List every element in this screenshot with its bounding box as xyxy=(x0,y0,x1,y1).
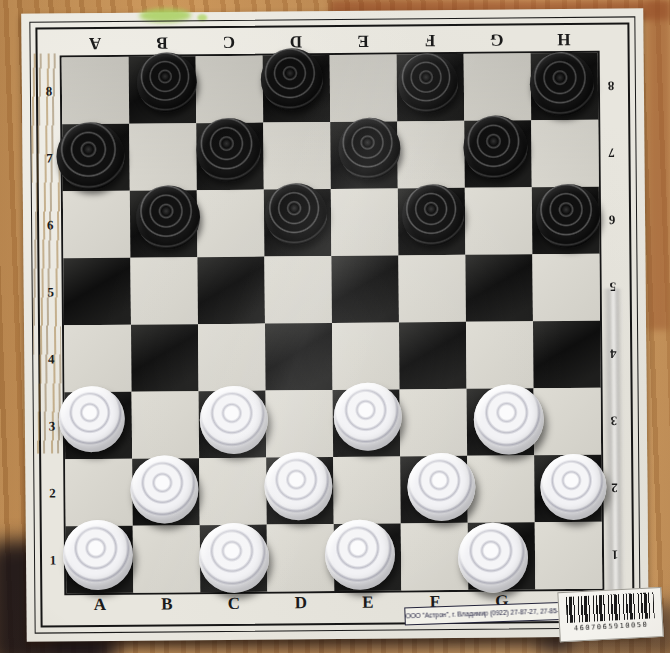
square-d6[interactable] xyxy=(264,189,332,257)
file-label-top-h: H xyxy=(530,27,597,52)
file-label-bottom-a: A xyxy=(66,593,133,618)
square-a2[interactable] xyxy=(65,459,133,527)
file-label-top-f: F xyxy=(396,28,463,53)
white-piece-g3[interactable] xyxy=(473,384,544,455)
square-d3[interactable] xyxy=(266,390,334,458)
square-f7[interactable] xyxy=(397,121,465,189)
rank-label-left-4: 4 xyxy=(40,325,63,392)
rank-label-right-6: 6 xyxy=(601,186,624,253)
square-d7[interactable] xyxy=(263,122,331,190)
square-e5[interactable] xyxy=(331,255,399,323)
square-g6[interactable] xyxy=(465,187,533,255)
square-b6[interactable] xyxy=(130,190,198,258)
square-a3[interactable] xyxy=(65,392,133,460)
square-a6[interactable] xyxy=(63,191,131,259)
square-d8[interactable] xyxy=(263,55,331,123)
square-c2[interactable] xyxy=(199,458,267,526)
square-f3[interactable] xyxy=(400,389,468,457)
square-h1[interactable] xyxy=(535,522,603,590)
file-label-bottom-d: D xyxy=(267,591,334,616)
square-e8[interactable] xyxy=(330,54,398,122)
square-c5[interactable] xyxy=(197,257,265,325)
square-f8[interactable] xyxy=(397,54,465,122)
black-piece-c7[interactable] xyxy=(196,117,261,182)
square-c8[interactable] xyxy=(196,56,264,124)
square-h7[interactable] xyxy=(531,120,599,188)
rank-label-right-1: 1 xyxy=(604,521,627,588)
square-g4[interactable] xyxy=(466,321,534,389)
square-e3[interactable] xyxy=(333,389,401,457)
square-d2[interactable] xyxy=(266,457,334,525)
white-piece-c1[interactable] xyxy=(198,522,269,593)
rank-label-right-3: 3 xyxy=(603,387,626,454)
square-h6[interactable] xyxy=(532,187,600,255)
rank-label-left-2: 2 xyxy=(41,459,64,526)
white-piece-h2[interactable] xyxy=(540,453,607,520)
square-g1[interactable] xyxy=(468,522,536,590)
square-e6[interactable] xyxy=(331,188,399,256)
rank-label-left-6: 6 xyxy=(39,191,62,258)
square-h4[interactable] xyxy=(533,321,601,389)
file-label-top-c: C xyxy=(195,30,262,55)
rank-label-right-2: 2 xyxy=(603,454,626,521)
square-b7[interactable] xyxy=(129,123,197,191)
barcode: 4607065910050 xyxy=(557,587,663,642)
square-g3[interactable] xyxy=(467,388,535,456)
white-piece-b2[interactable] xyxy=(130,455,199,524)
black-piece-a7[interactable] xyxy=(56,121,125,190)
black-piece-b6[interactable] xyxy=(135,185,200,250)
square-d5[interactable] xyxy=(264,256,332,324)
file-label-top-e: E xyxy=(329,28,396,53)
square-a5[interactable] xyxy=(63,258,131,326)
square-g2[interactable] xyxy=(467,455,535,523)
black-piece-b8[interactable] xyxy=(136,52,197,113)
square-a4[interactable] xyxy=(64,325,132,393)
square-b5[interactable] xyxy=(130,257,198,325)
black-piece-g7[interactable] xyxy=(463,115,528,180)
black-piece-e7[interactable] xyxy=(338,117,401,180)
square-d4[interactable] xyxy=(265,323,333,391)
board-sheet: ABCDEFGH ABCDEFGH 87654321 87654321 ООО … xyxy=(21,8,648,641)
rank-label-left-8: 8 xyxy=(38,57,61,124)
square-b3[interactable] xyxy=(132,391,200,459)
square-b4[interactable] xyxy=(131,324,199,392)
square-c6[interactable] xyxy=(197,190,265,258)
square-c1[interactable] xyxy=(200,525,268,593)
rank-label-right-7: 7 xyxy=(600,119,623,186)
square-f6[interactable] xyxy=(398,188,466,256)
square-a7[interactable] xyxy=(62,124,130,192)
square-f2[interactable] xyxy=(400,456,468,524)
square-c4[interactable] xyxy=(198,324,266,392)
white-piece-a1[interactable] xyxy=(62,519,133,590)
square-h3[interactable] xyxy=(534,388,602,456)
white-piece-g1[interactable] xyxy=(457,522,528,593)
square-f5[interactable] xyxy=(398,255,466,323)
black-piece-h8[interactable] xyxy=(529,51,594,116)
black-piece-f6[interactable] xyxy=(401,183,464,246)
rank-labels-right: 87654321 xyxy=(600,52,627,588)
square-e4[interactable] xyxy=(332,322,400,390)
rank-label-right-5: 5 xyxy=(601,253,624,320)
white-piece-e1[interactable] xyxy=(324,519,395,590)
square-g8[interactable] xyxy=(464,53,532,121)
square-a8[interactable] xyxy=(62,57,130,125)
square-b8[interactable] xyxy=(129,56,197,124)
square-b1[interactable] xyxy=(133,525,201,593)
white-piece-c3[interactable] xyxy=(199,385,268,454)
rank-label-right-4: 4 xyxy=(602,320,625,387)
square-b2[interactable] xyxy=(132,458,200,526)
square-g5[interactable] xyxy=(465,254,533,322)
rank-label-right-8: 8 xyxy=(600,52,623,119)
rank-label-left-5: 5 xyxy=(39,258,62,325)
square-c3[interactable] xyxy=(199,391,267,459)
white-piece-d2[interactable] xyxy=(264,452,333,521)
square-h8[interactable] xyxy=(531,53,599,121)
white-piece-e3[interactable] xyxy=(333,382,402,451)
white-piece-f2[interactable] xyxy=(407,452,476,521)
black-piece-d8[interactable] xyxy=(260,48,323,111)
wood-red-tint-right xyxy=(648,0,670,330)
square-h2[interactable] xyxy=(534,455,602,523)
board xyxy=(62,53,603,594)
square-f4[interactable] xyxy=(399,322,467,390)
black-piece-f8[interactable] xyxy=(397,52,458,113)
rank-label-left-1: 1 xyxy=(42,526,65,593)
barcode-bars xyxy=(566,592,655,623)
square-e1[interactable] xyxy=(334,523,402,591)
file-label-top-g: G xyxy=(463,27,530,52)
photo-scene: ABCDEFGH ABCDEFGH 87654321 87654321 ООО … xyxy=(0,0,670,653)
white-piece-a3[interactable] xyxy=(58,385,125,452)
square-e2[interactable] xyxy=(333,456,401,524)
file-label-bottom-b: B xyxy=(133,592,200,617)
file-labels-top: ABCDEFGH xyxy=(61,27,597,56)
square-h5[interactable] xyxy=(532,254,600,322)
square-e7[interactable] xyxy=(330,121,398,189)
square-a1[interactable] xyxy=(66,526,134,594)
black-piece-h6[interactable] xyxy=(535,183,600,248)
black-piece-d6[interactable] xyxy=(264,183,327,246)
file-label-top-a: A xyxy=(61,31,128,56)
file-label-bottom-e: E xyxy=(334,590,401,615)
file-label-top-b: B xyxy=(128,30,195,55)
square-g7[interactable] xyxy=(464,120,532,188)
square-c7[interactable] xyxy=(196,123,264,191)
file-label-bottom-c: C xyxy=(200,592,267,617)
